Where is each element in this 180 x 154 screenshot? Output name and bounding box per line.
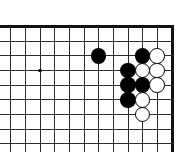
- stone-white: [149, 63, 165, 79]
- stone-black: [135, 48, 151, 64]
- stone-black: [135, 77, 151, 93]
- stone-black: [120, 63, 136, 79]
- star-point: [38, 69, 42, 73]
- stone-white: [149, 77, 165, 93]
- stone-black: [91, 48, 107, 64]
- stone-white: [149, 48, 165, 64]
- go-diagram-page: [0, 0, 180, 154]
- stone-black: [120, 77, 136, 93]
- go-board: [0, 0, 180, 154]
- stone-black: [120, 92, 136, 108]
- stone-white: [135, 107, 151, 123]
- stone-white: [135, 92, 151, 108]
- stone-grid: [3, 19, 179, 151]
- stone-white: [135, 63, 151, 79]
